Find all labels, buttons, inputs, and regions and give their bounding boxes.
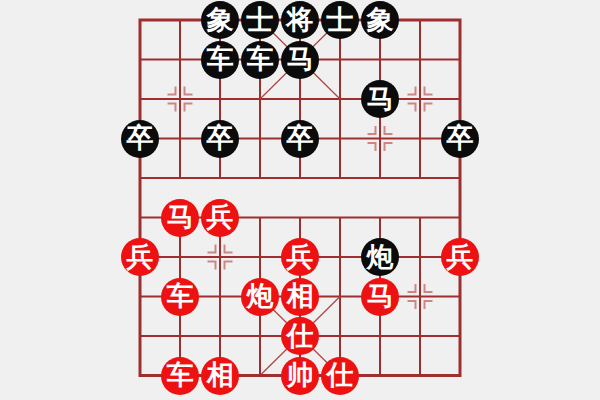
piece-red-chariot[interactable]: 车 <box>161 357 199 395</box>
piece-red-advisor[interactable]: 仕 <box>321 357 359 395</box>
piece-black-soldier[interactable]: 卒 <box>121 120 159 158</box>
piece-black-advisor[interactable]: 士 <box>241 1 279 39</box>
piece-red-soldier[interactable]: 兵 <box>121 238 159 276</box>
piece-black-soldier[interactable]: 卒 <box>441 120 479 158</box>
pieces-layer: 象士将士象车车马马卒卒卒卒炮马兵兵兵兵车炮相马仕车相帅仕 <box>0 0 600 400</box>
piece-black-general[interactable]: 将 <box>281 1 319 39</box>
piece-black-elephant[interactable]: 象 <box>201 1 239 39</box>
piece-black-horse[interactable]: 马 <box>281 41 319 79</box>
piece-red-cannon[interactable]: 炮 <box>241 278 279 316</box>
piece-black-soldier[interactable]: 卒 <box>201 120 239 158</box>
piece-red-soldier[interactable]: 兵 <box>201 199 239 237</box>
piece-red-advisor[interactable]: 仕 <box>281 317 319 355</box>
piece-black-advisor[interactable]: 士 <box>321 1 359 39</box>
piece-red-chariot[interactable]: 车 <box>161 278 199 316</box>
piece-black-horse[interactable]: 马 <box>361 80 399 118</box>
piece-black-cannon[interactable]: 炮 <box>361 238 399 276</box>
xiangqi-board: 象士将士象车车马马卒卒卒卒炮马兵兵兵兵车炮相马仕车相帅仕 <box>0 0 600 400</box>
piece-red-elephant[interactable]: 相 <box>281 278 319 316</box>
piece-black-elephant[interactable]: 象 <box>361 1 399 39</box>
piece-black-soldier[interactable]: 卒 <box>281 120 319 158</box>
piece-red-horse[interactable]: 马 <box>361 278 399 316</box>
piece-red-horse[interactable]: 马 <box>161 199 199 237</box>
piece-red-soldier[interactable]: 兵 <box>441 238 479 276</box>
piece-red-general[interactable]: 帅 <box>281 357 319 395</box>
piece-red-soldier[interactable]: 兵 <box>281 238 319 276</box>
piece-black-chariot[interactable]: 车 <box>241 41 279 79</box>
piece-black-chariot[interactable]: 车 <box>201 41 239 79</box>
piece-red-elephant[interactable]: 相 <box>201 357 239 395</box>
